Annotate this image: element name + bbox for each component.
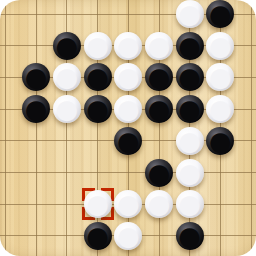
white-stone: ● [53,63,81,91]
white-stone: ● [206,32,234,60]
black-stone: ● [206,127,234,155]
white-stone: ● [114,190,142,218]
black-stone: ● [22,95,50,123]
white-stone: ● [176,127,204,155]
white-stone: ● [145,32,173,60]
grid-line-vertical [36,0,37,256]
white-stone: ● [145,190,173,218]
black-stone: ● [114,127,142,155]
black-stone: ● [145,159,173,187]
black-stone: ● [53,32,81,60]
black-stone: ● [145,63,173,91]
black-stone: ● [84,95,112,123]
white-stone: ● [176,190,204,218]
white-stone: ● [53,95,81,123]
white-stone: ● [84,32,112,60]
black-stone: ● [176,95,204,123]
black-stone: ● [84,63,112,91]
black-stone: ● [145,95,173,123]
white-stone: ● [176,0,204,28]
white-stone: ● [206,95,234,123]
grid-line-horizontal [0,172,256,173]
black-stone: ● [176,222,204,250]
white-stone: ● [114,95,142,123]
white-stone: ● [206,63,234,91]
black-stone: ● [176,32,204,60]
black-stone: ● [22,63,50,91]
white-stone: ● [176,159,204,187]
black-stone: ● [206,0,234,28]
black-stone: ● [84,222,112,250]
gomoku-app-icon: ●●●●●●●●●●●●●●●●●●●●●●●●●●●●●●●●●● [0,0,256,256]
grid-line-vertical [5,0,6,256]
black-stone: ● [176,63,204,91]
grid-line-vertical [251,0,252,256]
gomoku-board[interactable]: ●●●●●●●●●●●●●●●●●●●●●●●●●●●●●●●●●● [0,0,256,256]
white-stone: ● [114,63,142,91]
white-stone: ● [84,190,112,218]
white-stone: ● [114,32,142,60]
white-stone: ● [114,222,142,250]
